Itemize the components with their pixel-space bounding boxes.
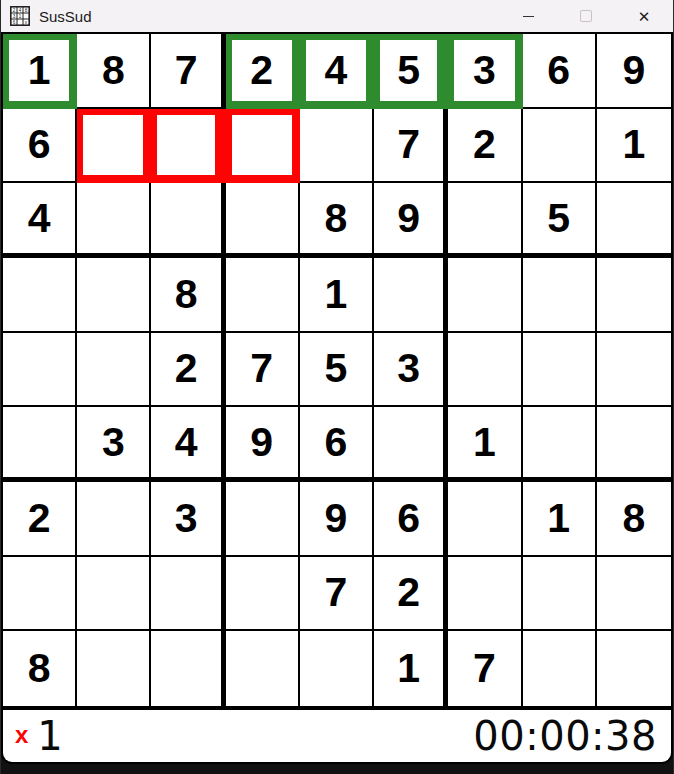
cell-r4c9[interactable] bbox=[597, 258, 671, 333]
cell-r3c2[interactable] bbox=[77, 183, 151, 258]
cell-r5c5[interactable]: 5 bbox=[300, 333, 374, 408]
cell-r2c1[interactable]: 6 bbox=[3, 109, 77, 184]
cell-r7c5[interactable]: 9 bbox=[300, 482, 374, 557]
cell-r5c9[interactable] bbox=[597, 333, 671, 408]
cell-r7c8[interactable]: 1 bbox=[523, 482, 597, 557]
cell-r5c2[interactable] bbox=[77, 333, 151, 408]
cell-r6c5[interactable]: 6 bbox=[300, 407, 374, 482]
cell-r9c3[interactable] bbox=[151, 631, 225, 706]
cell-r3c1[interactable]: 4 bbox=[3, 183, 77, 258]
cell-r1c8[interactable]: 6 bbox=[523, 34, 597, 109]
cell-r8c1[interactable] bbox=[3, 557, 77, 632]
cell-r3c5[interactable]: 8 bbox=[300, 183, 374, 258]
cell-r8c6[interactable]: 2 bbox=[374, 557, 448, 632]
cell-r1c5[interactable]: 4 bbox=[300, 34, 374, 109]
cell-r2c9[interactable]: 1 bbox=[597, 109, 671, 184]
cell-r2c8[interactable] bbox=[523, 109, 597, 184]
svg-text:3: 3 bbox=[13, 14, 16, 19]
svg-text:6: 6 bbox=[13, 20, 16, 25]
cell-r9c7[interactable]: 7 bbox=[448, 631, 522, 706]
cell-r2c5[interactable] bbox=[300, 109, 374, 184]
cell-r3c9[interactable] bbox=[597, 183, 671, 258]
cell-r5c3[interactable]: 2 bbox=[151, 333, 225, 408]
status-bar: x 1 00:00:38 bbox=[1, 710, 673, 764]
cell-r5c4[interactable]: 7 bbox=[226, 333, 300, 408]
cell-r1c3[interactable]: 7 bbox=[151, 34, 225, 109]
cell-r4c3[interactable]: 8 bbox=[151, 258, 225, 333]
cell-r8c8[interactable] bbox=[523, 557, 597, 632]
cell-r8c3[interactable] bbox=[151, 557, 225, 632]
cell-r1c7[interactable]: 3 bbox=[448, 34, 522, 109]
cell-r2c6[interactable]: 7 bbox=[374, 109, 448, 184]
window-controls: ✕ bbox=[499, 0, 673, 32]
cell-r6c2[interactable]: 3 bbox=[77, 407, 151, 482]
cell-r8c9[interactable] bbox=[597, 557, 671, 632]
minimize-icon bbox=[523, 16, 534, 17]
timer: 00:00:38 bbox=[473, 716, 657, 756]
cell-r6c7[interactable]: 1 bbox=[448, 407, 522, 482]
cell-r6c4[interactable]: 9 bbox=[226, 407, 300, 482]
cell-r8c2[interactable] bbox=[77, 557, 151, 632]
cell-r7c7[interactable] bbox=[448, 482, 522, 557]
cell-r7c3[interactable]: 3 bbox=[151, 482, 225, 557]
cell-r5c6[interactable]: 3 bbox=[374, 333, 448, 408]
board: 187245369672148958127533496123961872817 bbox=[1, 32, 673, 710]
cell-r2c7[interactable]: 2 bbox=[448, 109, 522, 184]
cell-r2c2[interactable] bbox=[77, 109, 151, 184]
close-button[interactable]: ✕ bbox=[615, 0, 673, 32]
svg-text:1: 1 bbox=[19, 14, 22, 19]
cell-r1c1[interactable]: 1 bbox=[3, 34, 77, 109]
minimize-button[interactable] bbox=[499, 0, 557, 32]
window-title: SusSud bbox=[39, 8, 92, 25]
cell-r2c4[interactable] bbox=[226, 109, 300, 184]
svg-text:4: 4 bbox=[19, 8, 22, 13]
cell-r5c1[interactable] bbox=[3, 333, 77, 408]
cell-r9c4[interactable] bbox=[226, 631, 300, 706]
cell-r8c5[interactable]: 7 bbox=[300, 557, 374, 632]
cell-r1c9[interactable]: 9 bbox=[597, 34, 671, 109]
svg-text:2: 2 bbox=[13, 8, 16, 13]
cell-r3c3[interactable] bbox=[151, 183, 225, 258]
cell-r5c7[interactable] bbox=[448, 333, 522, 408]
cell-r7c2[interactable] bbox=[77, 482, 151, 557]
error-count: 1 bbox=[37, 716, 63, 756]
cell-r9c6[interactable]: 1 bbox=[374, 631, 448, 706]
cell-r6c8[interactable] bbox=[523, 407, 597, 482]
close-icon: ✕ bbox=[638, 9, 651, 24]
cell-r4c2[interactable] bbox=[77, 258, 151, 333]
maximize-button[interactable] bbox=[557, 0, 615, 32]
cell-r3c7[interactable] bbox=[448, 183, 522, 258]
title-bar: 2 4 8 3 1 6 x SusSud ✕ bbox=[1, 0, 673, 32]
cell-r6c6[interactable] bbox=[374, 407, 448, 482]
cell-r9c5[interactable] bbox=[300, 631, 374, 706]
cell-r1c6[interactable]: 5 bbox=[374, 34, 448, 109]
cell-r1c4[interactable]: 2 bbox=[226, 34, 300, 109]
cell-r8c4[interactable] bbox=[226, 557, 300, 632]
maximize-icon bbox=[580, 10, 592, 22]
cell-r9c9[interactable] bbox=[597, 631, 671, 706]
cell-r3c4[interactable] bbox=[226, 183, 300, 258]
cell-r2c3[interactable] bbox=[151, 109, 225, 184]
app-window: 2 4 8 3 1 6 x SusSud ✕ 18724536967214895… bbox=[0, 0, 674, 774]
cell-r4c7[interactable] bbox=[448, 258, 522, 333]
cell-r9c2[interactable] bbox=[77, 631, 151, 706]
cell-r4c5[interactable]: 1 bbox=[300, 258, 374, 333]
error-x-icon: x bbox=[15, 721, 28, 749]
cell-r9c8[interactable] bbox=[523, 631, 597, 706]
cell-r5c8[interactable] bbox=[523, 333, 597, 408]
cell-r6c1[interactable] bbox=[3, 407, 77, 482]
cell-r4c6[interactable] bbox=[374, 258, 448, 333]
cell-r4c4[interactable] bbox=[226, 258, 300, 333]
cell-r4c8[interactable] bbox=[523, 258, 597, 333]
cell-r7c9[interactable]: 8 bbox=[597, 482, 671, 557]
cell-r3c8[interactable]: 5 bbox=[523, 183, 597, 258]
cell-r1c2[interactable]: 8 bbox=[77, 34, 151, 109]
cell-r8c7[interactable] bbox=[448, 557, 522, 632]
cell-r7c1[interactable]: 2 bbox=[3, 482, 77, 557]
cell-r9c1[interactable]: 8 bbox=[3, 631, 77, 706]
cell-r7c4[interactable] bbox=[226, 482, 300, 557]
svg-text:8: 8 bbox=[25, 8, 28, 13]
cell-r4c1[interactable] bbox=[3, 258, 77, 333]
sudoku-app-icon: 2 4 8 3 1 6 x bbox=[10, 6, 30, 26]
cell-r6c9[interactable] bbox=[597, 407, 671, 482]
cell-r6c3[interactable]: 4 bbox=[151, 407, 225, 482]
cell-r3c6[interactable]: 9 bbox=[374, 183, 448, 258]
cell-r7c6[interactable]: 6 bbox=[374, 482, 448, 557]
